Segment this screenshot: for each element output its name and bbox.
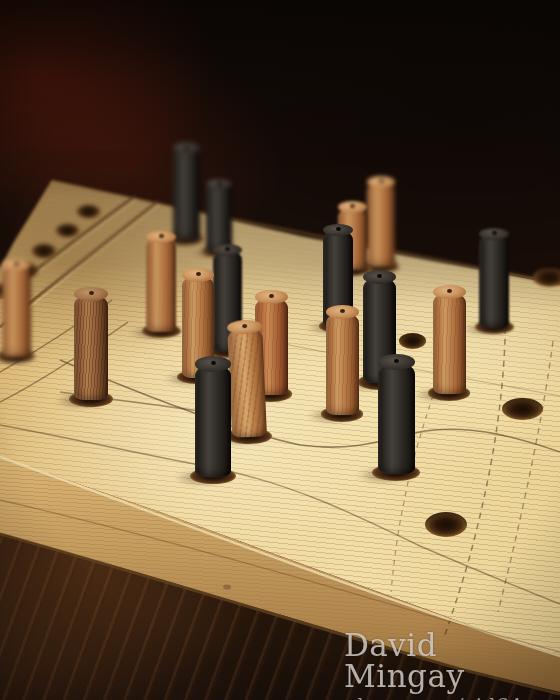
peg-tan-r1c4[interactable] (367, 182, 395, 267)
peg-tan-left-rail-6[interactable] (2, 265, 31, 357)
hole-empty-r3c5[interactable] (399, 333, 426, 349)
hole-empty-left-rail-3[interactable] (32, 244, 56, 259)
peg-tan-r4c5[interactable] (433, 292, 466, 394)
hole-empty-right-rail-3[interactable] (425, 512, 467, 537)
watermark-author: David Mingay (344, 630, 560, 692)
photo-of-peg-board-game: David Mingay pbase.com/vid64 (0, 0, 560, 700)
hole-empty-right-rail-2[interactable] (502, 398, 543, 420)
peg-tan-r3c1[interactable] (146, 237, 176, 332)
peg-black-r2c2[interactable] (206, 184, 232, 252)
board-grid (0, 0, 560, 700)
watermark: David Mingay pbase.com/vid64 (344, 630, 560, 700)
peg-black-r6c4[interactable] (378, 362, 415, 474)
hole-empty-left-rail-1[interactable] (77, 205, 100, 219)
peg-tan-r5c1[interactable] (74, 294, 108, 400)
watermark-url: pbase.com/vid64 (344, 696, 560, 700)
peg-black-r2c5[interactable] (479, 234, 509, 328)
peg-tan-r5c4[interactable] (326, 312, 359, 415)
hole-empty-right-rail-1[interactable] (533, 268, 560, 287)
peg-black-r1c2[interactable] (173, 148, 200, 240)
hole-empty-left-rail-2[interactable] (56, 224, 79, 238)
peg-black-r6c2[interactable] (195, 364, 231, 477)
peg-tan-r5c3[interactable] (227, 326, 267, 437)
